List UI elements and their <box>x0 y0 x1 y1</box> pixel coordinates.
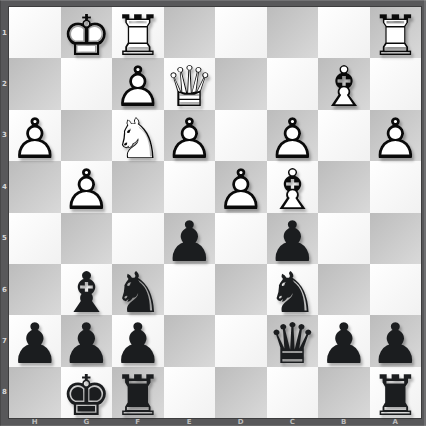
square-f7[interactable]: ♟ <box>112 315 164 366</box>
square-e3[interactable]: ♟♙ <box>164 110 216 161</box>
square-h1[interactable] <box>9 7 61 58</box>
white-piece-outline: ♖ <box>370 8 420 64</box>
file-label-a: A <box>370 417 422 426</box>
file-labels: HGFEDCBA <box>9 417 421 426</box>
black-knight[interactable]: ♞ <box>112 264 164 315</box>
white-piece-outline: ♙ <box>61 162 111 218</box>
square-a3[interactable]: ♟♙ <box>370 110 422 161</box>
square-d7[interactable] <box>215 315 267 366</box>
black-rook[interactable]: ♜ <box>112 367 164 418</box>
file-label-g: G <box>61 417 113 426</box>
rank-label-1: 1 <box>0 7 9 58</box>
white-king[interactable]: ♚♔ <box>61 7 113 58</box>
black-king[interactable]: ♚ <box>61 367 113 418</box>
square-a8[interactable]: ♜ <box>370 367 422 418</box>
square-g1[interactable]: ♚♔ <box>61 7 113 58</box>
chess-board: ♚♔♜♖♜♖♟♙♛♕♝♗♟♙♞♘♟♙♟♙♟♙♟♙♟♙♝♗♟♟♝♞♞♟♟♟♛♟♟♚… <box>9 7 421 418</box>
white-bishop[interactable]: ♝♗ <box>267 161 319 212</box>
square-d6[interactable] <box>215 264 267 315</box>
square-g6[interactable]: ♝ <box>61 264 113 315</box>
rank-label-3: 3 <box>0 110 9 161</box>
square-h3[interactable]: ♟♙ <box>9 110 61 161</box>
black-piece-glyph: ♟ <box>10 316 60 372</box>
black-pawn[interactable]: ♟ <box>164 213 216 264</box>
square-c1[interactable] <box>267 7 319 58</box>
white-pawn[interactable]: ♟♙ <box>267 110 319 161</box>
black-pawn[interactable]: ♟ <box>318 315 370 366</box>
white-piece-outline: ♘ <box>113 111 163 167</box>
black-pawn[interactable]: ♟ <box>267 213 319 264</box>
white-piece-outline: ♔ <box>61 8 111 64</box>
square-b7[interactable]: ♟ <box>318 315 370 366</box>
square-g8[interactable]: ♚ <box>61 367 113 418</box>
file-label-c: C <box>267 417 319 426</box>
rank-label-5: 5 <box>0 213 9 264</box>
square-c4[interactable]: ♝♗ <box>267 161 319 212</box>
black-pawn[interactable]: ♟ <box>370 315 422 366</box>
file-label-b: B <box>318 417 370 426</box>
square-f1[interactable]: ♜♖ <box>112 7 164 58</box>
square-f8[interactable]: ♜ <box>112 367 164 418</box>
white-piece-outline: ♙ <box>216 162 266 218</box>
square-c6[interactable]: ♞ <box>267 264 319 315</box>
white-rook[interactable]: ♜♖ <box>112 7 164 58</box>
black-knight[interactable]: ♞ <box>267 264 319 315</box>
file-label-e: E <box>164 417 216 426</box>
black-piece-glyph: ♜ <box>370 368 420 424</box>
square-b2[interactable]: ♝♗ <box>318 58 370 109</box>
black-piece-glyph: ♛ <box>267 316 317 372</box>
square-f2[interactable]: ♟♙ <box>112 58 164 109</box>
square-b5[interactable] <box>318 213 370 264</box>
square-d8[interactable] <box>215 367 267 418</box>
square-g4[interactable]: ♟♙ <box>61 161 113 212</box>
white-pawn[interactable]: ♟♙ <box>164 110 216 161</box>
square-e2[interactable]: ♛♕ <box>164 58 216 109</box>
black-bishop[interactable]: ♝ <box>61 264 113 315</box>
square-h7[interactable]: ♟ <box>9 315 61 366</box>
black-rook[interactable]: ♜ <box>370 367 422 418</box>
square-d4[interactable]: ♟♙ <box>215 161 267 212</box>
white-piece-outline: ♗ <box>319 59 369 115</box>
black-piece-glyph: ♜ <box>113 368 163 424</box>
square-a5[interactable] <box>370 213 422 264</box>
white-rook[interactable]: ♜♖ <box>370 7 422 58</box>
black-piece-glyph: ♟ <box>319 316 369 372</box>
rank-label-6: 6 <box>0 264 9 315</box>
white-pawn[interactable]: ♟♙ <box>61 161 113 212</box>
rank-label-2: 2 <box>0 58 9 109</box>
square-h2[interactable] <box>9 58 61 109</box>
black-piece-glyph: ♟ <box>164 214 214 270</box>
black-queen[interactable]: ♛ <box>267 315 319 366</box>
white-bishop[interactable]: ♝♗ <box>318 58 370 109</box>
square-f6[interactable]: ♞ <box>112 264 164 315</box>
square-e5[interactable]: ♟ <box>164 213 216 264</box>
square-g7[interactable]: ♟ <box>61 315 113 366</box>
square-g3[interactable] <box>61 110 113 161</box>
white-piece-outline: ♙ <box>10 111 60 167</box>
file-label-d: D <box>215 417 267 426</box>
square-a6[interactable] <box>370 264 422 315</box>
square-f5[interactable] <box>112 213 164 264</box>
square-e8[interactable] <box>164 367 216 418</box>
square-f3[interactable]: ♞♘ <box>112 110 164 161</box>
white-piece-outline: ♙ <box>164 111 214 167</box>
rank-label-7: 7 <box>0 315 9 366</box>
square-e1[interactable] <box>164 7 216 58</box>
file-label-f: F <box>112 417 164 426</box>
square-a7[interactable]: ♟ <box>370 315 422 366</box>
square-b6[interactable] <box>318 264 370 315</box>
file-label-h: H <box>9 417 61 426</box>
square-d1[interactable] <box>215 7 267 58</box>
square-h5[interactable] <box>9 213 61 264</box>
black-piece-glyph: ♚ <box>61 368 111 424</box>
white-knight[interactable]: ♞♘ <box>112 110 164 161</box>
white-pawn[interactable]: ♟♙ <box>215 161 267 212</box>
white-queen[interactable]: ♛♕ <box>164 58 216 109</box>
square-c2[interactable] <box>267 58 319 109</box>
square-e7[interactable] <box>164 315 216 366</box>
square-c7[interactable]: ♛ <box>267 315 319 366</box>
square-b4[interactable] <box>318 161 370 212</box>
rank-labels: 12345678 <box>0 7 9 418</box>
white-piece-outline: ♙ <box>370 111 420 167</box>
square-b1[interactable] <box>318 7 370 58</box>
black-pawn[interactable]: ♟ <box>61 315 113 366</box>
black-pawn[interactable]: ♟ <box>112 315 164 366</box>
white-pawn[interactable]: ♟♙ <box>9 110 61 161</box>
rank-label-4: 4 <box>0 161 9 212</box>
white-pawn[interactable]: ♟♙ <box>370 110 422 161</box>
white-pawn[interactable]: ♟♙ <box>112 58 164 109</box>
rank-label-8: 8 <box>0 367 9 418</box>
square-d2[interactable] <box>215 58 267 109</box>
square-a1[interactable]: ♜♖ <box>370 7 422 58</box>
square-c5[interactable]: ♟ <box>267 213 319 264</box>
square-d3[interactable] <box>215 110 267 161</box>
square-h6[interactable] <box>9 264 61 315</box>
square-c3[interactable]: ♟♙ <box>267 110 319 161</box>
black-pawn[interactable]: ♟ <box>9 315 61 366</box>
